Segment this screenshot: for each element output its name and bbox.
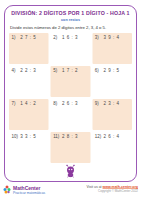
problem-number: 10) (12, 134, 19, 139)
problem-cell-12: 12) 2 6 : 4 (92, 132, 132, 163)
problem-number: 3) (95, 35, 102, 40)
problem-equation: 2 9 : 5 (102, 68, 120, 73)
problem-equation: 3 9 : 4 (102, 35, 120, 40)
problem-cell-10: 10) 3 3 : 5 (9, 132, 49, 163)
problem-cell-9: 9) 2 3 : 4 (92, 99, 132, 130)
problem-equation: 3 3 : 5 (19, 134, 37, 139)
mascot-row (5, 163, 136, 181)
problems-grid: 1) 2 7 : 52) 1 6 : 33) 3 9 : 44) 2 2 : 3… (9, 33, 132, 163)
problem-equation: 2 7 : 5 (19, 35, 37, 40)
instruction-text: Divide estos números de 2 dígitos entre … (10, 25, 131, 30)
problem-equation: 1 7 : 2 (60, 68, 78, 73)
problem-number: 6) (95, 68, 102, 73)
problem-cell-6: 6) 2 9 : 5 (92, 66, 132, 97)
page-title: DIVISIÓN: 2 DÍGITOS POR 1 DÍGITO - HOJA … (5, 10, 136, 16)
mascot-icon (65, 165, 76, 180)
problem-cell-2: 2) 1 6 : 3 (51, 33, 91, 64)
problem-equation: 2 6 : 3 (60, 101, 78, 106)
worksheet-page: DIVISIÓN: 2 DÍGITOS POR 1 DÍGITO - HOJA … (0, 0, 141, 200)
footer: MathCenter Practicar matemáticas Visit u… (3, 185, 138, 199)
problem-number: 1) (12, 35, 19, 40)
problem-equation: 1 4 : 2 (19, 101, 37, 106)
problem-number: 12) (95, 134, 102, 139)
visit-line: Visit us at www.math-center.org (86, 185, 138, 189)
visit-prefix: Visit us at (86, 185, 101, 189)
problem-number: 7) (12, 101, 19, 106)
problem-cell-1: 1) 2 7 : 5 (9, 33, 49, 64)
problem-cell-5: 5) 1 7 : 2 (51, 66, 91, 97)
problem-number: 4) (12, 68, 19, 73)
brand-tagline: Practicar matemáticas (13, 191, 45, 195)
page-subtitle: con restos (5, 17, 136, 22)
worksheet-card: DIVISIÓN: 2 DÍGITOS POR 1 DÍGITO - HOJA … (4, 5, 137, 182)
problem-cell-8: 8) 2 6 : 3 (51, 99, 91, 130)
brand-block: MathCenter Practicar matemáticas (3, 185, 45, 196)
site-link[interactable]: www.math-center.org (103, 185, 138, 189)
problem-equation: 2 6 : 4 (102, 134, 120, 139)
problem-equation: 2 8 : 3 (60, 134, 78, 139)
problem-number: 9) (95, 101, 102, 106)
problem-cell-7: 7) 1 4 : 2 (9, 99, 49, 130)
problem-equation: 2 3 : 4 (102, 101, 120, 106)
problem-cell-11: 11) 2 8 : 3 (51, 132, 91, 163)
visit-block: Visit us at www.math-center.org Copyrigh… (86, 185, 138, 193)
problem-cell-4: 4) 2 2 : 3 (9, 66, 49, 97)
problem-equation: 2 2 : 3 (19, 68, 37, 73)
logo-dots-icon (3, 185, 11, 196)
copyright-text: Copyright © MathCenter 2022 (86, 190, 138, 193)
problem-equation: 1 6 : 3 (60, 35, 78, 40)
problem-cell-3: 3) 3 9 : 4 (92, 33, 132, 64)
